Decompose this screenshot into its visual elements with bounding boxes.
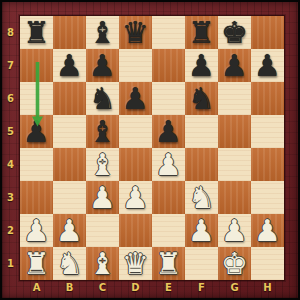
piece-black-pawn[interactable]: ♟ [89,49,116,82]
square-b7[interactable]: ♟ [53,49,86,82]
piece-white-bishop[interactable]: ♝ [89,247,116,280]
piece-white-pawn[interactable]: ♟ [188,214,215,247]
rank-labels: 87654321 [2,16,19,280]
square-f8[interactable]: ♜ [185,16,218,49]
square-d6[interactable]: ♟ [119,82,152,115]
piece-white-knight[interactable]: ♞ [188,181,215,214]
piece-white-pawn[interactable]: ♟ [155,148,182,181]
piece-black-queen[interactable]: ♛ [122,16,149,49]
square-e1[interactable]: ♜ [152,247,185,280]
chessboard-widget: 87654321 ABCDEFGH ♜♝♛♜♚♟♟♟♟♟♞♟♞♟♝♟♝♟♟♟♞♟… [0,0,300,300]
file-label-F: F [185,280,218,297]
piece-white-pawn[interactable]: ♟ [56,214,83,247]
square-c4[interactable]: ♝ [86,148,119,181]
piece-black-king[interactable]: ♚ [221,16,248,49]
square-f1[interactable] [185,247,218,280]
square-c8[interactable]: ♝ [86,16,119,49]
square-c6[interactable]: ♞ [86,82,119,115]
rank-label-8: 8 [2,16,19,49]
square-e7[interactable] [152,49,185,82]
square-c2[interactable] [86,214,119,247]
piece-white-rook[interactable]: ♜ [23,247,50,280]
file-label-H: H [251,280,284,297]
piece-black-pawn[interactable]: ♟ [155,115,182,148]
file-label-E: E [152,280,185,297]
square-f3[interactable]: ♞ [185,181,218,214]
square-h8[interactable] [251,16,284,49]
square-d3[interactable]: ♟ [119,181,152,214]
square-d2[interactable] [119,214,152,247]
square-h2[interactable]: ♟ [251,214,284,247]
square-a1[interactable]: ♜ [20,247,53,280]
piece-white-pawn[interactable]: ♟ [122,181,149,214]
piece-black-pawn[interactable]: ♟ [122,82,149,115]
rank-label-1: 1 [2,247,19,280]
piece-white-bishop[interactable]: ♝ [89,148,116,181]
rank-label-2: 2 [2,214,19,247]
square-g7[interactable]: ♟ [218,49,251,82]
piece-white-queen[interactable]: ♛ [122,247,149,280]
square-a7[interactable] [20,49,53,82]
rank-label-5: 5 [2,115,19,148]
piece-black-rook[interactable]: ♜ [188,16,215,49]
square-a4[interactable] [20,148,53,181]
square-a5[interactable]: ♟ [20,115,53,148]
piece-white-pawn[interactable]: ♟ [23,214,50,247]
file-label-G: G [218,280,251,297]
square-d4[interactable] [119,148,152,181]
square-h5[interactable] [251,115,284,148]
square-f5[interactable] [185,115,218,148]
square-e2[interactable] [152,214,185,247]
file-label-B: B [53,280,86,297]
square-h3[interactable] [251,181,284,214]
square-g5[interactable] [218,115,251,148]
piece-black-pawn[interactable]: ♟ [221,49,248,82]
file-label-D: D [119,280,152,297]
square-b1[interactable]: ♞ [53,247,86,280]
piece-black-rook[interactable]: ♜ [23,16,50,49]
piece-white-pawn[interactable]: ♟ [254,214,281,247]
square-e8[interactable] [152,16,185,49]
piece-white-rook[interactable]: ♜ [155,247,182,280]
piece-black-knight[interactable]: ♞ [188,82,215,115]
piece-black-pawn[interactable]: ♟ [254,49,281,82]
square-a6[interactable] [20,82,53,115]
piece-black-pawn[interactable]: ♟ [56,49,83,82]
square-g4[interactable] [218,148,251,181]
square-a3[interactable] [20,181,53,214]
square-c3[interactable]: ♟ [86,181,119,214]
square-g6[interactable] [218,82,251,115]
piece-white-king[interactable]: ♚ [221,247,248,280]
square-b3[interactable] [53,181,86,214]
piece-black-pawn[interactable]: ♟ [188,49,215,82]
file-labels: ABCDEFGH [20,280,284,297]
piece-white-knight[interactable]: ♞ [56,247,83,280]
square-a8[interactable]: ♜ [20,16,53,49]
file-label-A: A [20,280,53,297]
rank-label-6: 6 [2,82,19,115]
square-g3[interactable] [218,181,251,214]
square-g1[interactable]: ♚ [218,247,251,280]
square-d8[interactable]: ♛ [119,16,152,49]
square-b2[interactable]: ♟ [53,214,86,247]
piece-black-bishop[interactable]: ♝ [89,115,116,148]
square-f2[interactable]: ♟ [185,214,218,247]
file-label-C: C [86,280,119,297]
square-h4[interactable] [251,148,284,181]
square-f6[interactable]: ♞ [185,82,218,115]
piece-black-bishop[interactable]: ♝ [89,16,116,49]
square-e5[interactable]: ♟ [152,115,185,148]
square-e6[interactable] [152,82,185,115]
square-f4[interactable] [185,148,218,181]
rank-label-3: 3 [2,181,19,214]
square-e4[interactable]: ♟ [152,148,185,181]
square-b6[interactable] [53,82,86,115]
square-f7[interactable]: ♟ [185,49,218,82]
square-b5[interactable] [53,115,86,148]
square-a2[interactable]: ♟ [20,214,53,247]
square-h7[interactable]: ♟ [251,49,284,82]
chess-board: ♜♝♛♜♚♟♟♟♟♟♞♟♞♟♝♟♝♟♟♟♞♟♟♟♟♟♜♞♝♛♜♚ [20,16,284,280]
piece-white-pawn[interactable]: ♟ [89,181,116,214]
square-b4[interactable] [53,148,86,181]
piece-white-pawn[interactable]: ♟ [221,214,248,247]
square-g8[interactable]: ♚ [218,16,251,49]
square-d7[interactable] [119,49,152,82]
piece-black-knight[interactable]: ♞ [89,82,116,115]
piece-black-pawn[interactable]: ♟ [23,115,50,148]
square-e3[interactable] [152,181,185,214]
square-h6[interactable] [251,82,284,115]
square-g2[interactable]: ♟ [218,214,251,247]
square-c5[interactable]: ♝ [86,115,119,148]
rank-label-4: 4 [2,148,19,181]
square-d1[interactable]: ♛ [119,247,152,280]
square-b8[interactable] [53,16,86,49]
square-c1[interactable]: ♝ [86,247,119,280]
square-c7[interactable]: ♟ [86,49,119,82]
square-h1[interactable] [251,247,284,280]
square-d5[interactable] [119,115,152,148]
rank-label-7: 7 [2,49,19,82]
